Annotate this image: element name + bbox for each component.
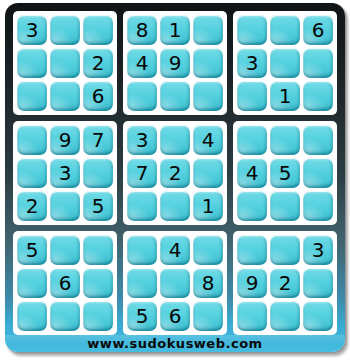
cell-r4c4-given: 3 (127, 125, 157, 155)
cell-r6c5[interactable] (160, 191, 190, 221)
cell-r1c2[interactable] (50, 15, 80, 45)
cell-r6c2[interactable] (50, 191, 80, 221)
cell-r4c1[interactable] (17, 125, 47, 155)
cell-r2c9[interactable] (303, 48, 333, 78)
cell-r1c6[interactable] (193, 15, 223, 45)
cell-r9c1[interactable] (17, 301, 47, 331)
cell-r5c8-given: 5 (270, 158, 300, 188)
cell-r8c8-given: 2 (270, 268, 300, 298)
cell-r4c9[interactable] (303, 125, 333, 155)
cell-r7c7[interactable] (237, 235, 267, 265)
cell-r3c6[interactable] (193, 81, 223, 111)
sudoku-board: 3268149631973253472145564856392 (5, 3, 345, 335)
cell-r6c7[interactable] (237, 191, 267, 221)
cell-r2c2[interactable] (50, 48, 80, 78)
cell-r7c1-given: 5 (17, 235, 47, 265)
cell-r9c7[interactable] (237, 301, 267, 331)
cell-r2c3-given: 2 (83, 48, 113, 78)
cell-r5c3[interactable] (83, 158, 113, 188)
cell-r9c3[interactable] (83, 301, 113, 331)
site-url: www.sudokusweb.com (5, 335, 345, 352)
cell-r3c1[interactable] (17, 81, 47, 111)
cell-r2c4-given: 4 (127, 48, 157, 78)
sudoku-block-3: 631 (233, 11, 337, 115)
cell-r7c6[interactable] (193, 235, 223, 265)
cell-r6c9[interactable] (303, 191, 333, 221)
cell-r9c9[interactable] (303, 301, 333, 331)
sudoku-block-5: 34721 (123, 121, 227, 225)
cell-r6c1-given: 2 (17, 191, 47, 221)
cell-r4c8[interactable] (270, 125, 300, 155)
sudoku-block-7: 56 (13, 231, 117, 335)
cell-r5c2-given: 3 (50, 158, 80, 188)
sudoku-block-2: 8149 (123, 11, 227, 115)
cell-r1c4-given: 8 (127, 15, 157, 45)
cell-r6c6-given: 1 (193, 191, 223, 221)
cell-r7c9-given: 3 (303, 235, 333, 265)
cell-r7c2[interactable] (50, 235, 80, 265)
cell-r1c7[interactable] (237, 15, 267, 45)
cell-r7c8[interactable] (270, 235, 300, 265)
cell-r6c3-given: 5 (83, 191, 113, 221)
cell-r8c4[interactable] (127, 268, 157, 298)
cell-r1c5-given: 1 (160, 15, 190, 45)
cell-r8c3[interactable] (83, 268, 113, 298)
cell-r8c6-given: 8 (193, 268, 223, 298)
cell-r4c2-given: 9 (50, 125, 80, 155)
cell-r5c4-given: 7 (127, 158, 157, 188)
cell-r8c5[interactable] (160, 268, 190, 298)
cell-r3c2[interactable] (50, 81, 80, 111)
cell-r6c4[interactable] (127, 191, 157, 221)
cell-r5c6[interactable] (193, 158, 223, 188)
sudoku-block-6: 45 (233, 121, 337, 225)
cell-r2c6[interactable] (193, 48, 223, 78)
cell-r9c8[interactable] (270, 301, 300, 331)
cell-r1c1-given: 3 (17, 15, 47, 45)
cell-r5c7-given: 4 (237, 158, 267, 188)
cell-r9c6[interactable] (193, 301, 223, 331)
cell-r8c1[interactable] (17, 268, 47, 298)
cell-r5c5-given: 2 (160, 158, 190, 188)
cell-r9c2[interactable] (50, 301, 80, 331)
sudoku-block-8: 4856 (123, 231, 227, 335)
cell-r5c1[interactable] (17, 158, 47, 188)
cell-r3c5[interactable] (160, 81, 190, 111)
cell-r9c5-given: 6 (160, 301, 190, 331)
cell-r2c5-given: 9 (160, 48, 190, 78)
cell-r4c5[interactable] (160, 125, 190, 155)
cell-r8c9[interactable] (303, 268, 333, 298)
board-frame: 3268149631973253472145564856392 www.sudo… (5, 3, 345, 352)
cell-r7c3[interactable] (83, 235, 113, 265)
cell-r1c3[interactable] (83, 15, 113, 45)
cell-r7c4[interactable] (127, 235, 157, 265)
sudoku-block-1: 326 (13, 11, 117, 115)
cell-r8c7-given: 9 (237, 268, 267, 298)
cell-r6c8[interactable] (270, 191, 300, 221)
cell-r8c2-given: 6 (50, 268, 80, 298)
cell-r1c9-given: 6 (303, 15, 333, 45)
cell-r3c3-given: 6 (83, 81, 113, 111)
cell-r4c6-given: 4 (193, 125, 223, 155)
cell-r2c1[interactable] (17, 48, 47, 78)
cell-r7c5-given: 4 (160, 235, 190, 265)
sudoku-block-9: 392 (233, 231, 337, 335)
cell-r3c8-given: 1 (270, 81, 300, 111)
cell-r5c9[interactable] (303, 158, 333, 188)
sudoku-block-4: 97325 (13, 121, 117, 225)
cell-r2c7-given: 3 (237, 48, 267, 78)
cell-r3c7[interactable] (237, 81, 267, 111)
cell-r9c4-given: 5 (127, 301, 157, 331)
cell-r3c4[interactable] (127, 81, 157, 111)
cell-r3c9[interactable] (303, 81, 333, 111)
cell-r1c8[interactable] (270, 15, 300, 45)
cell-r4c7[interactable] (237, 125, 267, 155)
cell-r4c3-given: 7 (83, 125, 113, 155)
cell-r2c8[interactable] (270, 48, 300, 78)
